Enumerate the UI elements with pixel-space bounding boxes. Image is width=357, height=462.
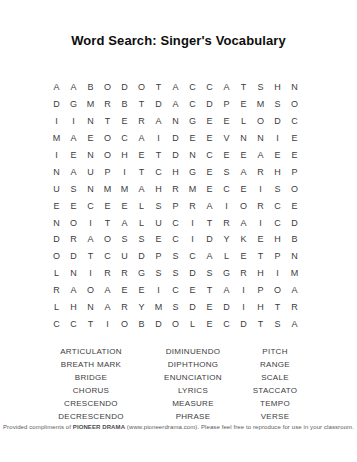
grid-cell: N <box>48 163 65 180</box>
grid-cell: L <box>133 214 150 231</box>
grid-cell: I <box>48 113 65 130</box>
grid-cell: E <box>201 299 218 316</box>
grid-cell: E <box>235 180 252 197</box>
grid-cell: S <box>218 163 235 180</box>
grid-cell: M <box>99 180 116 197</box>
grid-cell: E <box>218 147 235 164</box>
grid-cell: D <box>167 147 184 164</box>
grid-cell: A <box>218 79 235 96</box>
grid-cell: C <box>167 282 184 299</box>
grid-cell: N <box>65 265 82 282</box>
grid-cell: I <box>218 197 235 214</box>
grid-cell: M <box>252 96 269 113</box>
grid-cell: C <box>286 113 303 130</box>
grid-cell: G <box>184 113 201 130</box>
grid-cell: M <box>116 180 133 197</box>
grid-cell: P <box>218 96 235 113</box>
grid-cell: S <box>252 79 269 96</box>
grid-cell: I <box>252 214 269 231</box>
grid-cell: O <box>286 96 303 113</box>
grid-cell: S <box>269 180 286 197</box>
grid-cell: C <box>184 96 201 113</box>
grid-cell: M <box>286 265 303 282</box>
word-list-item: TEMPO <box>215 397 335 410</box>
grid-cell: A <box>235 163 252 180</box>
grid-cell: V <box>218 130 235 147</box>
grid-cell: H <box>252 299 269 316</box>
grid-cell: D <box>286 214 303 231</box>
grid-cell: E <box>235 96 252 113</box>
grid-cell: A <box>201 248 218 265</box>
grid-cell: N <box>184 147 201 164</box>
grid-cell: P <box>99 163 116 180</box>
word-search-grid: AABODOTACCATSHNDGMRBTDACDPEMSOIINTERANGE… <box>48 79 303 332</box>
grid-cell: I <box>235 282 252 299</box>
word-list: ARTICULATIONBREATH MARKBRIDGECHORUSCRESC… <box>0 345 357 425</box>
grid-cell: H <box>65 299 82 316</box>
grid-cell: O <box>133 79 150 96</box>
grid-cell: O <box>99 147 116 164</box>
grid-cell: D <box>65 248 82 265</box>
grid-cell: R <box>48 282 65 299</box>
grid-cell: H <box>269 79 286 96</box>
grid-cell: I <box>252 180 269 197</box>
grid-cell: S <box>133 231 150 248</box>
word-list-item: VERSE <box>215 410 335 423</box>
grid-cell: S <box>269 315 286 332</box>
grid-cell: E <box>184 130 201 147</box>
grid-cell: C <box>150 163 167 180</box>
grid-cell: D <box>184 265 201 282</box>
grid-cell: O <box>286 180 303 197</box>
grid-cell: A <box>99 299 116 316</box>
grid-cell: N <box>82 299 99 316</box>
footer-suffix: (www.pioneerdrama.com). Please feel free… <box>125 424 354 430</box>
grid-cell: I <box>150 130 167 147</box>
grid-cell: E <box>133 282 150 299</box>
grid-cell: E <box>286 147 303 164</box>
grid-cell: L <box>48 265 65 282</box>
word-list-item: STACCATO <box>215 384 335 397</box>
grid-cell: E <box>286 130 303 147</box>
grid-cell: H <box>269 163 286 180</box>
grid-cell: E <box>133 147 150 164</box>
grid-cell: H <box>116 147 133 164</box>
grid-cell: E <box>184 282 201 299</box>
grid-cell: T <box>99 113 116 130</box>
grid-cell: R <box>65 231 82 248</box>
grid-cell: Y <box>133 299 150 316</box>
grid-cell: A <box>48 79 65 96</box>
grid-cell: S <box>167 248 184 265</box>
grid-cell: Y <box>218 231 235 248</box>
grid-cell: O <box>252 113 269 130</box>
grid-cell: A <box>82 231 99 248</box>
word-list-column: PITCHRANGESCALESTACCATOTEMPOVERSE <box>215 345 335 423</box>
grid-cell: S <box>167 265 184 282</box>
grid-cell: E <box>65 147 82 164</box>
word-search-page: Word Search: Singer's Vocabulary AABODOT… <box>0 0 357 462</box>
word-list-item: PITCH <box>215 345 335 358</box>
grid-cell: P <box>252 282 269 299</box>
grid-cell: C <box>201 79 218 96</box>
grid-cell: E <box>201 113 218 130</box>
grid-cell: C <box>218 315 235 332</box>
grid-cell: N <box>82 113 99 130</box>
grid-cell: T <box>252 248 269 265</box>
grid-cell: C <box>269 197 286 214</box>
grid-cell: T <box>269 299 286 316</box>
grid-cell: T <box>82 248 99 265</box>
grid-cell: B <box>133 315 150 332</box>
grid-cell: D <box>269 113 286 130</box>
grid-cell: H <box>252 265 269 282</box>
grid-cell: D <box>167 130 184 147</box>
grid-cell: A <box>252 147 269 164</box>
grid-cell: N <box>167 113 184 130</box>
grid-cell: R <box>184 197 201 214</box>
grid-cell: R <box>167 180 184 197</box>
grid-cell: G <box>218 265 235 282</box>
grid-cell: T <box>201 214 218 231</box>
grid-cell: A <box>218 282 235 299</box>
grid-cell: O <box>116 315 133 332</box>
grid-cell: O <box>82 282 99 299</box>
grid-cell: N <box>82 180 99 197</box>
grid-cell: P <box>150 248 167 265</box>
grid-cell: I <box>184 214 201 231</box>
word-list-item: SCALE <box>215 371 335 384</box>
grid-cell: N <box>48 214 65 231</box>
grid-cell: O <box>235 197 252 214</box>
grid-cell: E <box>82 130 99 147</box>
page-title: Word Search: Singer's Vocabulary <box>0 33 357 48</box>
grid-cell: M <box>184 180 201 197</box>
grid-cell: E <box>286 197 303 214</box>
grid-cell: A <box>133 180 150 197</box>
grid-cell: C <box>167 231 184 248</box>
grid-cell: E <box>218 113 235 130</box>
grid-cell: U <box>150 214 167 231</box>
grid-cell: D <box>150 96 167 113</box>
grid-cell: G <box>184 163 201 180</box>
grid-cell: C <box>65 315 82 332</box>
grid-cell: A <box>286 315 303 332</box>
grid-cell: T <box>99 214 116 231</box>
grid-cell: R <box>286 299 303 316</box>
grid-cell: E <box>48 197 65 214</box>
grid-cell: E <box>201 130 218 147</box>
grid-cell: D <box>201 231 218 248</box>
grid-cell: H <box>167 163 184 180</box>
grid-cell: I <box>82 214 99 231</box>
grid-cell: A <box>167 79 184 96</box>
grid-cell: K <box>235 231 252 248</box>
grid-cell: A <box>235 214 252 231</box>
grid-cell: U <box>116 248 133 265</box>
grid-cell: R <box>235 265 252 282</box>
grid-cell: A <box>116 214 133 231</box>
grid-cell: I <box>269 265 286 282</box>
grid-cell: I <box>48 147 65 164</box>
grid-cell: R <box>99 265 116 282</box>
grid-cell: D <box>218 299 235 316</box>
grid-cell: I <box>269 130 286 147</box>
grid-cell: A <box>286 282 303 299</box>
grid-cell: R <box>99 96 116 113</box>
grid-cell: P <box>167 197 184 214</box>
grid-cell: C <box>201 147 218 164</box>
grid-cell: R <box>116 265 133 282</box>
grid-cell: O <box>99 79 116 96</box>
grid-cell: D <box>150 315 167 332</box>
grid-cell: S <box>269 96 286 113</box>
grid-cell: M <box>82 96 99 113</box>
grid-cell: H <box>150 180 167 197</box>
grid-cell: C <box>184 79 201 96</box>
grid-cell: T <box>252 315 269 332</box>
grid-cell: M <box>150 299 167 316</box>
grid-cell: C <box>184 248 201 265</box>
grid-cell: N <box>286 248 303 265</box>
grid-cell: D <box>133 248 150 265</box>
grid-cell: E <box>201 315 218 332</box>
grid-cell: E <box>116 113 133 130</box>
grid-cell: N <box>286 79 303 96</box>
grid-cell: E <box>116 282 133 299</box>
footer-brand: PIONEER DRAMA <box>73 424 125 430</box>
grid-cell: T <box>150 79 167 96</box>
grid-cell: L <box>184 315 201 332</box>
grid-cell: C <box>99 248 116 265</box>
grid-cell: A <box>65 130 82 147</box>
grid-cell: O <box>99 130 116 147</box>
grid-cell: O <box>48 248 65 265</box>
grid-cell: S <box>201 265 218 282</box>
grid-cell: D <box>48 231 65 248</box>
grid-cell: N <box>235 130 252 147</box>
grid-cell: T <box>201 282 218 299</box>
grid-cell: E <box>65 197 82 214</box>
grid-cell: I <box>65 113 82 130</box>
grid-cell: E <box>116 197 133 214</box>
grid-cell: C <box>116 130 133 147</box>
grid-cell: E <box>99 197 116 214</box>
grid-cell: U <box>82 163 99 180</box>
grid-cell: C <box>269 214 286 231</box>
grid-cell: S <box>65 180 82 197</box>
grid-cell: E <box>235 147 252 164</box>
grid-cell: O <box>269 282 286 299</box>
grid-cell: A <box>99 282 116 299</box>
grid-cell: I <box>116 163 133 180</box>
grid-cell: N <box>252 130 269 147</box>
grid-cell: I <box>99 315 116 332</box>
grid-cell: D <box>201 96 218 113</box>
grid-cell: T <box>82 315 99 332</box>
grid-cell: R <box>116 299 133 316</box>
grid-cell: L <box>48 299 65 316</box>
grid-cell: E <box>201 163 218 180</box>
grid-cell: O <box>99 231 116 248</box>
grid-cell: D <box>116 79 133 96</box>
grid-cell: I <box>235 299 252 316</box>
grid-cell: A <box>65 79 82 96</box>
grid-cell: S <box>116 231 133 248</box>
grid-cell: C <box>218 180 235 197</box>
grid-cell: P <box>286 163 303 180</box>
grid-cell: R <box>252 163 269 180</box>
grid-cell: A <box>65 163 82 180</box>
grid-cell: A <box>133 130 150 147</box>
grid-cell: T <box>133 96 150 113</box>
grid-cell: E <box>269 147 286 164</box>
grid-cell: L <box>235 113 252 130</box>
grid-cell: E <box>150 231 167 248</box>
grid-cell: L <box>218 248 235 265</box>
grid-cell: G <box>65 96 82 113</box>
grid-cell: T <box>150 147 167 164</box>
grid-cell: R <box>218 214 235 231</box>
grid-cell: T <box>133 163 150 180</box>
footer-credit: Provided compliments of PIONEER DRAMA (w… <box>0 424 357 430</box>
grid-cell: R <box>252 197 269 214</box>
grid-cell: E <box>201 180 218 197</box>
grid-cell: A <box>150 113 167 130</box>
footer-prefix: Provided compliments of <box>3 424 73 430</box>
grid-cell: U <box>48 180 65 197</box>
grid-cell: C <box>82 197 99 214</box>
grid-cell: C <box>167 214 184 231</box>
grid-cell: H <box>269 231 286 248</box>
word-list-item: RANGE <box>215 358 335 371</box>
grid-cell: S <box>150 265 167 282</box>
grid-cell: O <box>65 214 82 231</box>
grid-cell: N <box>82 147 99 164</box>
grid-cell: T <box>235 79 252 96</box>
grid-cell: I <box>82 265 99 282</box>
grid-cell: B <box>82 79 99 96</box>
grid-cell: L <box>133 197 150 214</box>
grid-cell: A <box>65 282 82 299</box>
grid-cell: S <box>167 299 184 316</box>
grid-cell: S <box>150 197 167 214</box>
grid-cell: P <box>269 248 286 265</box>
grid-cell: E <box>252 231 269 248</box>
grid-cell: E <box>235 248 252 265</box>
grid-cell: A <box>201 197 218 214</box>
grid-cell: B <box>116 96 133 113</box>
grid-cell: D <box>235 315 252 332</box>
grid-cell: R <box>133 113 150 130</box>
grid-cell: C <box>48 315 65 332</box>
grid-cell: D <box>48 96 65 113</box>
grid-cell: B <box>286 231 303 248</box>
grid-cell: I <box>184 231 201 248</box>
grid-cell: I <box>150 282 167 299</box>
grid-cell: M <box>48 130 65 147</box>
grid-cell: D <box>184 299 201 316</box>
grid-cell: A <box>167 96 184 113</box>
grid-cell: O <box>167 315 184 332</box>
grid-cell: G <box>133 265 150 282</box>
